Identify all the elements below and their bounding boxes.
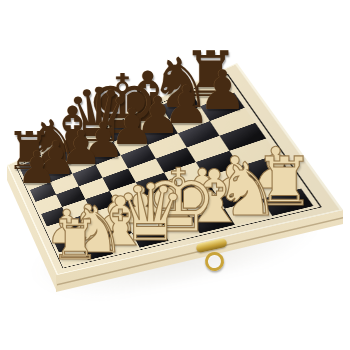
clasp-plate [195, 238, 227, 254]
clasp-ring [203, 250, 226, 273]
wooden-chess-set-photo: ♜♞♝♛♚♝♞♜♟♟♟♟♟♟♟♟♟♟♟♟♟♟♟♟♜♞♝♛♚♝♞♜ [0, 0, 350, 350]
brass-clasp [0, 0, 350, 350]
